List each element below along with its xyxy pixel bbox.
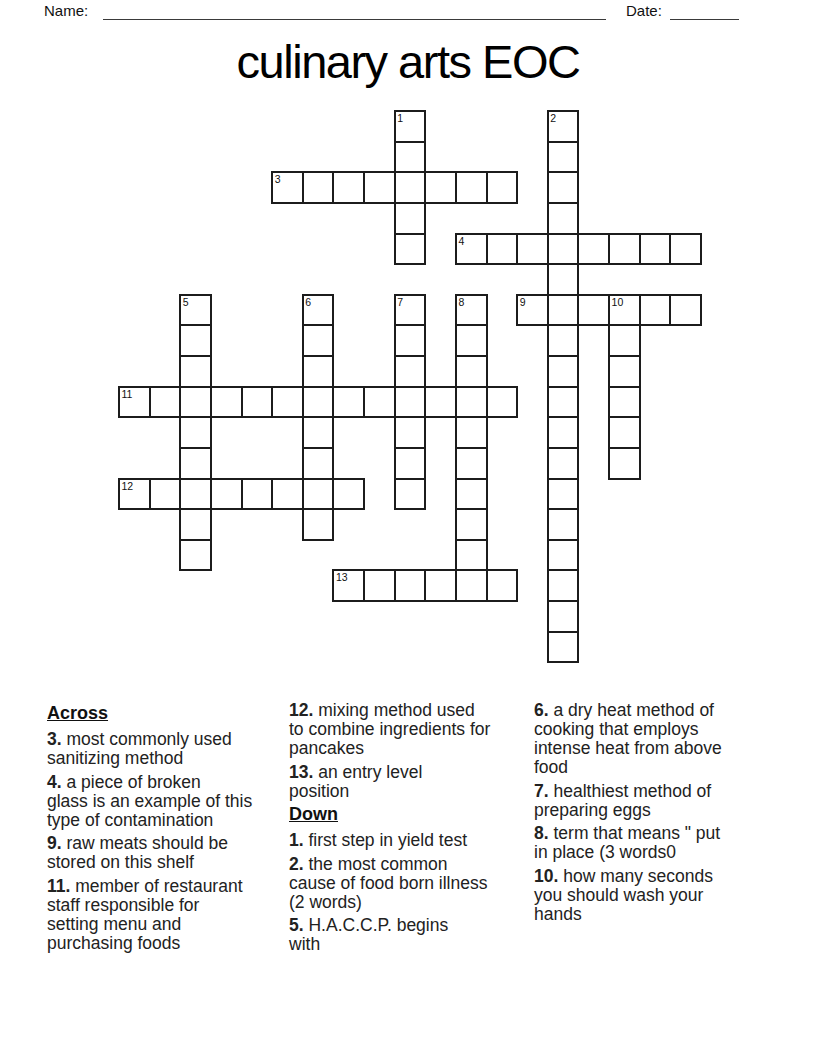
grid-cell-r11c2[interactable] bbox=[179, 447, 212, 480]
grid-cell-r13c6[interactable] bbox=[302, 508, 335, 541]
grid-cell-r12c9[interactable] bbox=[394, 478, 427, 511]
clue-number-label: 2. bbox=[289, 854, 308, 874]
grid-cell-r10c16[interactable] bbox=[608, 416, 641, 449]
grid-cell-r12c2[interactable] bbox=[179, 478, 212, 511]
clue-a4: 4. a piece of broken glass is an example… bbox=[47, 773, 287, 830]
clue-number-label: 6. bbox=[534, 700, 553, 720]
grid-cell-r9c12[interactable] bbox=[486, 386, 519, 419]
grid-cell-r2c12[interactable] bbox=[486, 171, 519, 204]
grid-cell-r16c14[interactable] bbox=[547, 600, 580, 633]
clue-number-label: 7. bbox=[534, 781, 553, 801]
grid-cell-r11c6[interactable] bbox=[302, 447, 335, 480]
clue-a13: 13. an entry level position bbox=[289, 763, 535, 801]
grid-cell-r7c6[interactable] bbox=[302, 324, 335, 357]
cell-number-12: 12 bbox=[122, 480, 134, 492]
grid-cell-r9c5[interactable] bbox=[271, 386, 304, 419]
grid-cell-r14c2[interactable] bbox=[179, 539, 212, 572]
grid-cell-r6c9[interactable]: 7 bbox=[394, 294, 427, 327]
grid-cell-r2c10[interactable] bbox=[424, 171, 457, 204]
clue-a11: 11. member of restaurant staff responsib… bbox=[47, 877, 287, 953]
grid-cell-r6c13[interactable]: 9 bbox=[516, 294, 549, 327]
grid-cell-r4c11[interactable]: 4 bbox=[455, 233, 488, 266]
grid-cell-r4c16[interactable] bbox=[608, 233, 641, 266]
grid-cell-r6c2[interactable]: 5 bbox=[179, 294, 212, 327]
clue-number-label: 12. bbox=[289, 700, 318, 720]
grid-cell-r2c7[interactable] bbox=[332, 171, 365, 204]
grid-cell-r6c18[interactable] bbox=[669, 294, 702, 327]
grid-cell-r13c2[interactable] bbox=[179, 508, 212, 541]
grid-cell-r12c5[interactable] bbox=[271, 478, 304, 511]
grid-cell-r12c0[interactable]: 12 bbox=[118, 478, 151, 511]
cell-number-8: 8 bbox=[458, 296, 464, 308]
cell-number-3: 3 bbox=[275, 173, 281, 185]
clue-number-label: 8. bbox=[534, 823, 553, 843]
grid-cell-r15c7[interactable]: 13 bbox=[332, 569, 365, 602]
crossword-grid: 12345678910111213 bbox=[118, 110, 704, 666]
grid-cell-r6c15[interactable] bbox=[577, 294, 610, 327]
grid-cell-r12c3[interactable] bbox=[210, 478, 243, 511]
grid-cell-r6c11[interactable]: 8 bbox=[455, 294, 488, 327]
grid-cell-r4c9[interactable] bbox=[394, 233, 427, 266]
grid-cell-r9c10[interactable] bbox=[424, 386, 457, 419]
grid-cell-r2c11[interactable] bbox=[455, 171, 488, 204]
grid-cell-r9c1[interactable] bbox=[149, 386, 182, 419]
grid-cell-r9c4[interactable] bbox=[241, 386, 274, 419]
grid-cell-r2c14[interactable] bbox=[547, 171, 580, 204]
cell-number-6: 6 bbox=[305, 296, 311, 308]
grid-cell-r8c14[interactable] bbox=[547, 355, 580, 388]
grid-cell-r4c17[interactable] bbox=[639, 233, 672, 266]
grid-cell-r12c1[interactable] bbox=[149, 478, 182, 511]
grid-cell-r9c16[interactable] bbox=[608, 386, 641, 419]
clue-d2: 2. the most common cause of food born il… bbox=[289, 855, 535, 912]
grid-cell-r9c9[interactable] bbox=[394, 386, 427, 419]
grid-cell-r12c14[interactable] bbox=[547, 478, 580, 511]
cell-number-10: 10 bbox=[612, 296, 624, 308]
clue-number-label: 10. bbox=[534, 866, 563, 886]
grid-cell-r8c16[interactable] bbox=[608, 355, 641, 388]
grid-cell-r6c14[interactable] bbox=[547, 294, 580, 327]
grid-cell-r12c6[interactable] bbox=[302, 478, 335, 511]
grid-cell-r14c11[interactable] bbox=[455, 539, 488, 572]
clue-number-label: 9. bbox=[47, 833, 66, 853]
grid-cell-r15c14[interactable] bbox=[547, 569, 580, 602]
grid-cell-r15c9[interactable] bbox=[394, 569, 427, 602]
clue-a9: 9. raw meats should be stored on this sh… bbox=[47, 834, 287, 872]
grid-cell-r7c16[interactable] bbox=[608, 324, 641, 357]
grid-cell-r10c2[interactable] bbox=[179, 416, 212, 449]
grid-cell-r9c14[interactable] bbox=[547, 386, 580, 419]
clue-number-label: 5. bbox=[289, 915, 308, 935]
grid-cell-r0c14[interactable]: 2 bbox=[547, 110, 580, 143]
name-blank-line[interactable] bbox=[103, 18, 606, 20]
grid-cell-r1c9[interactable] bbox=[394, 141, 427, 174]
clue-number-label: 1. bbox=[289, 830, 308, 850]
cell-number-1: 1 bbox=[397, 112, 403, 124]
grid-cell-r7c9[interactable] bbox=[394, 324, 427, 357]
grid-cell-r13c14[interactable] bbox=[547, 508, 580, 541]
clue-d10: 10. how many seconds you should wash you… bbox=[534, 867, 766, 924]
cell-number-2: 2 bbox=[550, 112, 556, 124]
grid-cell-r7c2[interactable] bbox=[179, 324, 212, 357]
grid-cell-r2c9[interactable] bbox=[394, 171, 427, 204]
grid-cell-r12c7[interactable] bbox=[332, 478, 365, 511]
grid-cell-r7c11[interactable] bbox=[455, 324, 488, 357]
grid-cell-r9c7[interactable] bbox=[332, 386, 365, 419]
cell-number-13: 13 bbox=[336, 571, 348, 583]
grid-cell-r4c12[interactable] bbox=[486, 233, 519, 266]
grid-cell-r9c3[interactable] bbox=[210, 386, 243, 419]
grid-cell-r8c11[interactable] bbox=[455, 355, 488, 388]
grid-cell-r6c16[interactable]: 10 bbox=[608, 294, 641, 327]
grid-cell-r13c11[interactable] bbox=[455, 508, 488, 541]
grid-cell-r6c6[interactable]: 6 bbox=[302, 294, 335, 327]
grid-cell-r9c11[interactable] bbox=[455, 386, 488, 419]
grid-cell-r14c14[interactable] bbox=[547, 539, 580, 572]
grid-cell-r9c8[interactable] bbox=[363, 386, 396, 419]
grid-cell-r4c13[interactable] bbox=[516, 233, 549, 266]
grid-cell-r10c6[interactable] bbox=[302, 416, 335, 449]
grid-cell-r8c9[interactable] bbox=[394, 355, 427, 388]
grid-cell-r15c8[interactable] bbox=[363, 569, 396, 602]
grid-cell-r4c14[interactable] bbox=[547, 233, 580, 266]
cell-number-9: 9 bbox=[520, 296, 526, 308]
clue-a12: 12. mixing method used to combine ingred… bbox=[289, 701, 535, 758]
grid-cell-r2c8[interactable] bbox=[363, 171, 396, 204]
grid-cell-r9c2[interactable] bbox=[179, 386, 212, 419]
clue-a3: 3. most commonly used sanitizing method bbox=[47, 730, 287, 768]
grid-cell-r12c11[interactable] bbox=[455, 478, 488, 511]
clue-d1: 1. first step in yield test bbox=[289, 831, 535, 850]
grid-cell-r2c6[interactable] bbox=[302, 171, 335, 204]
grid-cell-r8c2[interactable] bbox=[179, 355, 212, 388]
grid-cell-r10c11[interactable] bbox=[455, 416, 488, 449]
clues-header-down: Down bbox=[289, 805, 535, 824]
date-label: Date: bbox=[626, 2, 662, 19]
grid-cell-r1c14[interactable] bbox=[547, 141, 580, 174]
grid-cell-r0c9[interactable]: 1 bbox=[394, 110, 427, 143]
cell-number-5: 5 bbox=[183, 296, 189, 308]
clue-number-label: 11. bbox=[47, 876, 75, 896]
grid-cell-r12c4[interactable] bbox=[241, 478, 274, 511]
grid-cell-r4c18[interactable] bbox=[669, 233, 702, 266]
grid-cell-r17c14[interactable] bbox=[547, 631, 580, 664]
clue-d5: 5. H.A.C.C.P. begins with bbox=[289, 916, 535, 954]
clue-d7: 7. healthiest method of preparing eggs bbox=[534, 782, 766, 820]
worksheet-page: Name: Date: culinary arts EOC 1234567891… bbox=[0, 0, 816, 1056]
clue-number-label: 13. bbox=[289, 762, 318, 782]
grid-cell-r11c11[interactable] bbox=[455, 447, 488, 480]
cell-number-7: 7 bbox=[397, 296, 403, 308]
grid-cell-r6c17[interactable] bbox=[639, 294, 672, 327]
grid-cell-r5c14[interactable] bbox=[547, 263, 580, 296]
puzzle-title: culinary arts EOC bbox=[0, 34, 816, 89]
clue-number-label: 4. bbox=[47, 772, 66, 792]
grid-cell-r11c16[interactable] bbox=[608, 447, 641, 480]
clue-d6: 6. a dry heat method of cooking that emp… bbox=[534, 701, 766, 777]
grid-cell-r3c9[interactable] bbox=[394, 202, 427, 235]
cell-number-4: 4 bbox=[458, 235, 464, 247]
clues-column-2: 12. mixing method used to combine ingred… bbox=[289, 701, 535, 959]
grid-cell-r9c6[interactable] bbox=[302, 386, 335, 419]
grid-cell-r2c5[interactable]: 3 bbox=[271, 171, 304, 204]
date-blank-line[interactable] bbox=[670, 18, 739, 20]
cell-number-11: 11 bbox=[122, 388, 133, 400]
name-label: Name: bbox=[44, 2, 88, 19]
grid-cell-r10c14[interactable] bbox=[547, 416, 580, 449]
grid-cell-r15c10[interactable] bbox=[424, 569, 457, 602]
grid-cell-r3c14[interactable] bbox=[547, 202, 580, 235]
clue-number-label: 3. bbox=[47, 729, 66, 749]
grid-cell-r15c11[interactable] bbox=[455, 569, 488, 602]
grid-cell-r11c14[interactable] bbox=[547, 447, 580, 480]
grid-cell-r4c15[interactable] bbox=[577, 233, 610, 266]
clues-column-1: Across3. most commonly used sanitizing m… bbox=[47, 701, 287, 957]
clue-d8: 8. term that means " put in place (3 wor… bbox=[534, 824, 766, 862]
clues-column-3: 6. a dry heat method of cooking that emp… bbox=[534, 701, 766, 928]
grid-cell-r8c6[interactable] bbox=[302, 355, 335, 388]
grid-cell-r7c14[interactable] bbox=[547, 324, 580, 357]
grid-cell-r10c9[interactable] bbox=[394, 416, 427, 449]
clues-header-across: Across bbox=[47, 704, 287, 723]
grid-cell-r9c0[interactable]: 11 bbox=[118, 386, 151, 419]
grid-cell-r11c9[interactable] bbox=[394, 447, 427, 480]
grid-cell-r15c12[interactable] bbox=[486, 569, 519, 602]
